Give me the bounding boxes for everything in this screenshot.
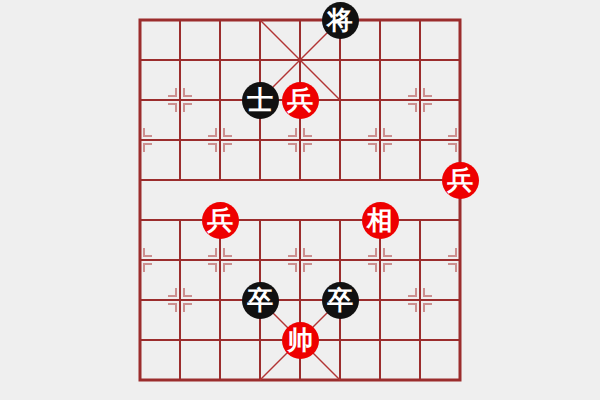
board-intersection[interactable]: [440, 360, 480, 400]
board-intersection[interactable]: [160, 0, 200, 40]
piece-black-general[interactable]: 将: [322, 2, 359, 39]
board-intersection[interactable]: 将: [320, 0, 360, 40]
board-intersection[interactable]: [240, 0, 280, 40]
piece-black-advisor[interactable]: 士: [242, 82, 279, 119]
board-intersection[interactable]: [200, 360, 240, 400]
board-intersection[interactable]: 士: [240, 80, 280, 120]
board-intersection[interactable]: [320, 200, 360, 240]
page: 将士兵兵兵相卒卒帅: [0, 0, 600, 400]
board-intersection[interactable]: [200, 320, 240, 360]
board-intersection[interactable]: [240, 320, 280, 360]
board-intersection[interactable]: [360, 0, 400, 40]
board-intersection[interactable]: [400, 200, 440, 240]
piece-black-soldier[interactable]: 卒: [242, 282, 279, 319]
board-intersection[interactable]: [200, 240, 240, 280]
board-intersection[interactable]: 兵: [280, 80, 320, 120]
board-intersection[interactable]: [440, 200, 480, 240]
board-intersection[interactable]: [200, 120, 240, 160]
board-intersection[interactable]: [360, 280, 400, 320]
board-intersection[interactable]: [400, 0, 440, 40]
board-intersection[interactable]: [320, 120, 360, 160]
board-intersection[interactable]: [400, 240, 440, 280]
board-intersection[interactable]: [400, 320, 440, 360]
board-intersection[interactable]: [200, 80, 240, 120]
board-intersection[interactable]: [160, 80, 200, 120]
piece-red-general[interactable]: 帅: [282, 322, 319, 359]
board-intersection[interactable]: [320, 160, 360, 200]
board-intersection[interactable]: [400, 360, 440, 400]
board-intersection[interactable]: [160, 240, 200, 280]
board-intersection[interactable]: [280, 200, 320, 240]
board-intersection[interactable]: [120, 360, 160, 400]
board-intersection[interactable]: [120, 80, 160, 120]
board-intersection[interactable]: [400, 280, 440, 320]
board-intersection[interactable]: [120, 120, 160, 160]
board-intersection[interactable]: [240, 40, 280, 80]
board-intersection[interactable]: [280, 40, 320, 80]
board-intersection[interactable]: 兵: [200, 200, 240, 240]
board-intersection[interactable]: [360, 240, 400, 280]
piece-red-soldier[interactable]: 兵: [202, 202, 239, 239]
board-intersection[interactable]: [120, 0, 160, 40]
board-intersection[interactable]: [160, 200, 200, 240]
board-intersection[interactable]: [440, 80, 480, 120]
board-intersection[interactable]: [240, 200, 280, 240]
board-intersection[interactable]: 相: [360, 200, 400, 240]
board-intersection[interactable]: [280, 0, 320, 40]
board-intersection[interactable]: [440, 40, 480, 80]
board-intersection[interactable]: [360, 160, 400, 200]
board-intersection[interactable]: 卒: [320, 280, 360, 320]
board-intersection[interactable]: 兵: [440, 160, 480, 200]
board-intersection[interactable]: [280, 240, 320, 280]
board-intersection[interactable]: [160, 360, 200, 400]
board-intersection[interactable]: [200, 40, 240, 80]
board-intersection[interactable]: [440, 320, 480, 360]
board-intersection[interactable]: [400, 80, 440, 120]
board-intersection[interactable]: [160, 280, 200, 320]
board-intersection[interactable]: [400, 40, 440, 80]
board-intersection[interactable]: [280, 160, 320, 200]
board-intersection[interactable]: [360, 80, 400, 120]
board-intersection[interactable]: [320, 360, 360, 400]
piece-black-soldier[interactable]: 卒: [322, 282, 359, 319]
board-intersection[interactable]: [360, 120, 400, 160]
piece-red-soldier[interactable]: 兵: [442, 162, 479, 199]
board-intersection[interactable]: [400, 160, 440, 200]
board-intersection[interactable]: [120, 160, 160, 200]
board-intersection[interactable]: [200, 0, 240, 40]
xiangqi-board: 将士兵兵兵相卒卒帅: [120, 0, 480, 400]
board-intersection[interactable]: [440, 240, 480, 280]
board-intersection[interactable]: [280, 280, 320, 320]
piece-red-soldier[interactable]: 兵: [282, 82, 319, 119]
board-intersection[interactable]: [440, 120, 480, 160]
board-intersection[interactable]: [160, 40, 200, 80]
board-intersection[interactable]: [440, 0, 480, 40]
piece-red-elephant[interactable]: 相: [362, 202, 399, 239]
board-intersection[interactable]: [240, 120, 280, 160]
board-intersection[interactable]: [360, 320, 400, 360]
board-intersection[interactable]: [360, 360, 400, 400]
board-intersection[interactable]: [440, 280, 480, 320]
board-intersection[interactable]: [160, 160, 200, 200]
board-intersection[interactable]: [280, 120, 320, 160]
board-intersection[interactable]: 帅: [280, 320, 320, 360]
board-intersection[interactable]: [120, 40, 160, 80]
board-intersection[interactable]: [200, 280, 240, 320]
board-intersection[interactable]: [120, 320, 160, 360]
board-intersection[interactable]: [120, 280, 160, 320]
board-intersection[interactable]: [320, 40, 360, 80]
board-intersection[interactable]: [160, 320, 200, 360]
board-intersection[interactable]: [320, 80, 360, 120]
board-intersection[interactable]: [280, 360, 320, 400]
board-intersection[interactable]: [240, 360, 280, 400]
board-intersection[interactable]: [320, 240, 360, 280]
board-intersection[interactable]: [360, 40, 400, 80]
board-intersection[interactable]: [120, 200, 160, 240]
board-intersection[interactable]: [160, 120, 200, 160]
board-intersection[interactable]: [320, 320, 360, 360]
board-intersection[interactable]: [200, 160, 240, 200]
board-intersection[interactable]: 卒: [240, 280, 280, 320]
board-intersection[interactable]: [240, 160, 280, 200]
board-intersection[interactable]: [400, 120, 440, 160]
board-intersection[interactable]: [240, 240, 280, 280]
board-intersection[interactable]: [120, 240, 160, 280]
